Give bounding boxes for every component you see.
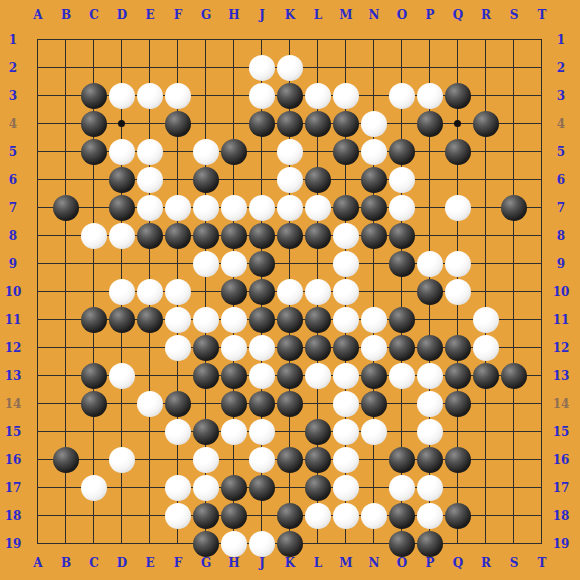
intersection-F13[interactable] <box>164 362 192 390</box>
intersection-L17[interactable] <box>304 474 332 502</box>
intersection-C3[interactable] <box>80 82 108 110</box>
intersection-F6[interactable] <box>164 166 192 194</box>
intersection-N9[interactable] <box>360 250 388 278</box>
intersection-K10[interactable] <box>276 278 304 306</box>
intersection-B2[interactable] <box>52 54 80 82</box>
intersection-D7[interactable] <box>108 194 136 222</box>
intersection-D16[interactable] <box>108 446 136 474</box>
intersection-S6[interactable] <box>500 166 528 194</box>
intersection-E1[interactable] <box>136 26 164 54</box>
intersection-J10[interactable] <box>248 278 276 306</box>
intersection-E15[interactable] <box>136 418 164 446</box>
intersection-J1[interactable] <box>248 26 276 54</box>
intersection-P14[interactable] <box>416 390 444 418</box>
intersection-Q17[interactable] <box>444 474 472 502</box>
intersection-A4[interactable] <box>24 110 52 138</box>
intersection-H9[interactable] <box>220 250 248 278</box>
intersection-S11[interactable] <box>500 306 528 334</box>
intersection-L6[interactable] <box>304 166 332 194</box>
intersection-F5[interactable] <box>164 138 192 166</box>
intersection-J5[interactable] <box>248 138 276 166</box>
intersection-A7[interactable] <box>24 194 52 222</box>
intersection-A8[interactable] <box>24 222 52 250</box>
intersection-G7[interactable] <box>192 194 220 222</box>
intersection-B1[interactable] <box>52 26 80 54</box>
intersection-F9[interactable] <box>164 250 192 278</box>
intersection-L9[interactable] <box>304 250 332 278</box>
intersection-E7[interactable] <box>136 194 164 222</box>
intersection-Q12[interactable] <box>444 334 472 362</box>
intersection-D9[interactable] <box>108 250 136 278</box>
intersection-P1[interactable] <box>416 26 444 54</box>
intersection-D10[interactable] <box>108 278 136 306</box>
intersection-F3[interactable] <box>164 82 192 110</box>
intersection-S15[interactable] <box>500 418 528 446</box>
intersection-L5[interactable] <box>304 138 332 166</box>
intersection-K15[interactable] <box>276 418 304 446</box>
intersection-H17[interactable] <box>220 474 248 502</box>
intersection-E13[interactable] <box>136 362 164 390</box>
intersection-J12[interactable] <box>248 334 276 362</box>
intersection-L12[interactable] <box>304 334 332 362</box>
intersection-L10[interactable] <box>304 278 332 306</box>
intersection-H14[interactable] <box>220 390 248 418</box>
intersection-M4[interactable] <box>332 110 360 138</box>
intersection-K14[interactable] <box>276 390 304 418</box>
intersection-F18[interactable] <box>164 502 192 530</box>
intersection-L3[interactable] <box>304 82 332 110</box>
intersection-K6[interactable] <box>276 166 304 194</box>
intersection-B8[interactable] <box>52 222 80 250</box>
intersection-O17[interactable] <box>388 474 416 502</box>
intersection-B10[interactable] <box>52 278 80 306</box>
intersection-B17[interactable] <box>52 474 80 502</box>
intersection-D14[interactable] <box>108 390 136 418</box>
intersection-P12[interactable] <box>416 334 444 362</box>
intersection-P3[interactable] <box>416 82 444 110</box>
intersection-Q9[interactable] <box>444 250 472 278</box>
intersection-H6[interactable] <box>220 166 248 194</box>
intersection-A16[interactable] <box>24 446 52 474</box>
intersection-S17[interactable] <box>500 474 528 502</box>
intersection-Q5[interactable] <box>444 138 472 166</box>
intersection-H7[interactable] <box>220 194 248 222</box>
intersection-L15[interactable] <box>304 418 332 446</box>
intersection-L14[interactable] <box>304 390 332 418</box>
intersection-F1[interactable] <box>164 26 192 54</box>
intersection-J16[interactable] <box>248 446 276 474</box>
intersection-M9[interactable] <box>332 250 360 278</box>
intersection-K11[interactable] <box>276 306 304 334</box>
intersection-P6[interactable] <box>416 166 444 194</box>
intersection-E5[interactable] <box>136 138 164 166</box>
intersection-Q7[interactable] <box>444 194 472 222</box>
intersection-C9[interactable] <box>80 250 108 278</box>
intersection-F12[interactable] <box>164 334 192 362</box>
intersection-J11[interactable] <box>248 306 276 334</box>
intersection-P10[interactable] <box>416 278 444 306</box>
intersection-A6[interactable] <box>24 166 52 194</box>
intersection-G16[interactable] <box>192 446 220 474</box>
intersection-Q10[interactable] <box>444 278 472 306</box>
intersection-A15[interactable] <box>24 418 52 446</box>
intersection-C5[interactable] <box>80 138 108 166</box>
intersection-B12[interactable] <box>52 334 80 362</box>
intersection-S13[interactable] <box>500 362 528 390</box>
intersection-N12[interactable] <box>360 334 388 362</box>
intersection-E4[interactable] <box>136 110 164 138</box>
intersection-E11[interactable] <box>136 306 164 334</box>
intersection-C7[interactable] <box>80 194 108 222</box>
intersection-S5[interactable] <box>500 138 528 166</box>
intersection-P13[interactable] <box>416 362 444 390</box>
intersection-R14[interactable] <box>472 390 500 418</box>
intersection-R5[interactable] <box>472 138 500 166</box>
intersection-H18[interactable] <box>220 502 248 530</box>
intersection-D1[interactable] <box>108 26 136 54</box>
intersection-P5[interactable] <box>416 138 444 166</box>
intersection-N1[interactable] <box>360 26 388 54</box>
intersection-J6[interactable] <box>248 166 276 194</box>
intersection-M2[interactable] <box>332 54 360 82</box>
intersection-R4[interactable] <box>472 110 500 138</box>
intersection-J18[interactable] <box>248 502 276 530</box>
intersection-K18[interactable] <box>276 502 304 530</box>
intersection-C4[interactable] <box>80 110 108 138</box>
intersection-J15[interactable] <box>248 418 276 446</box>
intersection-J13[interactable] <box>248 362 276 390</box>
intersection-M8[interactable] <box>332 222 360 250</box>
intersection-Q1[interactable] <box>444 26 472 54</box>
intersection-O8[interactable] <box>388 222 416 250</box>
intersection-G2[interactable] <box>192 54 220 82</box>
intersection-N16[interactable] <box>360 446 388 474</box>
intersection-K8[interactable] <box>276 222 304 250</box>
intersection-S8[interactable] <box>500 222 528 250</box>
intersection-A11[interactable] <box>24 306 52 334</box>
intersection-A9[interactable] <box>24 250 52 278</box>
intersection-C13[interactable] <box>80 362 108 390</box>
intersection-C10[interactable] <box>80 278 108 306</box>
intersection-P16[interactable] <box>416 446 444 474</box>
intersection-B11[interactable] <box>52 306 80 334</box>
intersection-D8[interactable] <box>108 222 136 250</box>
intersection-G10[interactable] <box>192 278 220 306</box>
intersection-D2[interactable] <box>108 54 136 82</box>
intersection-K2[interactable] <box>276 54 304 82</box>
intersection-L8[interactable] <box>304 222 332 250</box>
intersection-S4[interactable] <box>500 110 528 138</box>
intersection-D15[interactable] <box>108 418 136 446</box>
intersection-O4[interactable] <box>388 110 416 138</box>
intersection-R9[interactable] <box>472 250 500 278</box>
intersection-E17[interactable] <box>136 474 164 502</box>
intersection-K17[interactable] <box>276 474 304 502</box>
intersection-B16[interactable] <box>52 446 80 474</box>
intersection-J7[interactable] <box>248 194 276 222</box>
intersection-R17[interactable] <box>472 474 500 502</box>
intersection-P18[interactable] <box>416 502 444 530</box>
intersection-A10[interactable] <box>24 278 52 306</box>
intersection-R2[interactable] <box>472 54 500 82</box>
intersection-M12[interactable] <box>332 334 360 362</box>
intersection-O18[interactable] <box>388 502 416 530</box>
intersection-R11[interactable] <box>472 306 500 334</box>
intersection-C18[interactable] <box>80 502 108 530</box>
intersection-D13[interactable] <box>108 362 136 390</box>
intersection-Q11[interactable] <box>444 306 472 334</box>
intersection-N18[interactable] <box>360 502 388 530</box>
intersection-C1[interactable] <box>80 26 108 54</box>
intersection-O3[interactable] <box>388 82 416 110</box>
intersection-H2[interactable] <box>220 54 248 82</box>
intersection-D4[interactable] <box>108 110 136 138</box>
intersection-K13[interactable] <box>276 362 304 390</box>
intersection-O13[interactable] <box>388 362 416 390</box>
intersection-F15[interactable] <box>164 418 192 446</box>
intersection-O1[interactable] <box>388 26 416 54</box>
intersection-C8[interactable] <box>80 222 108 250</box>
intersection-Q6[interactable] <box>444 166 472 194</box>
intersection-H1[interactable] <box>220 26 248 54</box>
intersection-Q8[interactable] <box>444 222 472 250</box>
intersection-R1[interactable] <box>472 26 500 54</box>
intersection-G11[interactable] <box>192 306 220 334</box>
intersection-L11[interactable] <box>304 306 332 334</box>
intersection-J17[interactable] <box>248 474 276 502</box>
intersection-S3[interactable] <box>500 82 528 110</box>
intersection-C14[interactable] <box>80 390 108 418</box>
intersection-F7[interactable] <box>164 194 192 222</box>
intersection-O12[interactable] <box>388 334 416 362</box>
intersection-A1[interactable] <box>24 26 52 54</box>
intersection-M13[interactable] <box>332 362 360 390</box>
intersection-M7[interactable] <box>332 194 360 222</box>
intersection-P2[interactable] <box>416 54 444 82</box>
intersection-R16[interactable] <box>472 446 500 474</box>
intersection-L13[interactable] <box>304 362 332 390</box>
intersection-H5[interactable] <box>220 138 248 166</box>
intersection-B15[interactable] <box>52 418 80 446</box>
intersection-P15[interactable] <box>416 418 444 446</box>
intersection-R3[interactable] <box>472 82 500 110</box>
intersection-N10[interactable] <box>360 278 388 306</box>
intersection-Q16[interactable] <box>444 446 472 474</box>
intersection-E14[interactable] <box>136 390 164 418</box>
intersection-L1[interactable] <box>304 26 332 54</box>
intersection-E10[interactable] <box>136 278 164 306</box>
intersection-Q4[interactable] <box>444 110 472 138</box>
intersection-E3[interactable] <box>136 82 164 110</box>
intersection-G14[interactable] <box>192 390 220 418</box>
intersection-F4[interactable] <box>164 110 192 138</box>
intersection-G6[interactable] <box>192 166 220 194</box>
intersection-H15[interactable] <box>220 418 248 446</box>
intersection-Q15[interactable] <box>444 418 472 446</box>
intersection-O9[interactable] <box>388 250 416 278</box>
intersection-F11[interactable] <box>164 306 192 334</box>
intersection-R8[interactable] <box>472 222 500 250</box>
intersection-B14[interactable] <box>52 390 80 418</box>
intersection-G1[interactable] <box>192 26 220 54</box>
intersection-S7[interactable] <box>500 194 528 222</box>
intersection-O11[interactable] <box>388 306 416 334</box>
intersection-D5[interactable] <box>108 138 136 166</box>
intersection-S16[interactable] <box>500 446 528 474</box>
intersection-E6[interactable] <box>136 166 164 194</box>
intersection-D3[interactable] <box>108 82 136 110</box>
intersection-G15[interactable] <box>192 418 220 446</box>
intersection-N2[interactable] <box>360 54 388 82</box>
intersection-O16[interactable] <box>388 446 416 474</box>
intersection-M17[interactable] <box>332 474 360 502</box>
intersection-H10[interactable] <box>220 278 248 306</box>
intersection-R7[interactable] <box>472 194 500 222</box>
intersection-L16[interactable] <box>304 446 332 474</box>
intersection-R18[interactable] <box>472 502 500 530</box>
intersection-E16[interactable] <box>136 446 164 474</box>
intersection-B9[interactable] <box>52 250 80 278</box>
intersection-G12[interactable] <box>192 334 220 362</box>
intersection-K9[interactable] <box>276 250 304 278</box>
intersection-C12[interactable] <box>80 334 108 362</box>
intersection-D18[interactable] <box>108 502 136 530</box>
intersection-F16[interactable] <box>164 446 192 474</box>
intersection-H4[interactable] <box>220 110 248 138</box>
intersection-P17[interactable] <box>416 474 444 502</box>
intersection-E8[interactable] <box>136 222 164 250</box>
intersection-P7[interactable] <box>416 194 444 222</box>
intersection-A12[interactable] <box>24 334 52 362</box>
intersection-A3[interactable] <box>24 82 52 110</box>
intersection-F17[interactable] <box>164 474 192 502</box>
intersection-G4[interactable] <box>192 110 220 138</box>
intersection-J4[interactable] <box>248 110 276 138</box>
intersection-M11[interactable] <box>332 306 360 334</box>
intersection-A18[interactable] <box>24 502 52 530</box>
intersection-A14[interactable] <box>24 390 52 418</box>
intersection-P8[interactable] <box>416 222 444 250</box>
intersection-O10[interactable] <box>388 278 416 306</box>
intersection-C11[interactable] <box>80 306 108 334</box>
intersection-C6[interactable] <box>80 166 108 194</box>
intersection-S1[interactable] <box>500 26 528 54</box>
intersection-E2[interactable] <box>136 54 164 82</box>
intersection-L2[interactable] <box>304 54 332 82</box>
intersection-O2[interactable] <box>388 54 416 82</box>
intersection-Q3[interactable] <box>444 82 472 110</box>
intersection-F2[interactable] <box>164 54 192 82</box>
intersection-O5[interactable] <box>388 138 416 166</box>
intersection-B13[interactable] <box>52 362 80 390</box>
intersection-A17[interactable] <box>24 474 52 502</box>
intersection-S2[interactable] <box>500 54 528 82</box>
intersection-J8[interactable] <box>248 222 276 250</box>
intersection-K4[interactable] <box>276 110 304 138</box>
intersection-J2[interactable] <box>248 54 276 82</box>
intersection-Q13[interactable] <box>444 362 472 390</box>
intersection-F14[interactable] <box>164 390 192 418</box>
intersection-N3[interactable] <box>360 82 388 110</box>
intersection-M5[interactable] <box>332 138 360 166</box>
intersection-N13[interactable] <box>360 362 388 390</box>
intersection-C17[interactable] <box>80 474 108 502</box>
intersection-H11[interactable] <box>220 306 248 334</box>
intersection-G5[interactable] <box>192 138 220 166</box>
intersection-L7[interactable] <box>304 194 332 222</box>
intersection-D12[interactable] <box>108 334 136 362</box>
intersection-R6[interactable] <box>472 166 500 194</box>
intersection-K7[interactable] <box>276 194 304 222</box>
intersection-M16[interactable] <box>332 446 360 474</box>
intersection-Q18[interactable] <box>444 502 472 530</box>
intersection-G17[interactable] <box>192 474 220 502</box>
intersection-N15[interactable] <box>360 418 388 446</box>
intersection-H3[interactable] <box>220 82 248 110</box>
intersection-E12[interactable] <box>136 334 164 362</box>
intersection-M3[interactable] <box>332 82 360 110</box>
intersection-K12[interactable] <box>276 334 304 362</box>
intersection-H12[interactable] <box>220 334 248 362</box>
intersection-O6[interactable] <box>388 166 416 194</box>
intersection-C16[interactable] <box>80 446 108 474</box>
intersection-J9[interactable] <box>248 250 276 278</box>
intersection-R12[interactable] <box>472 334 500 362</box>
intersection-K1[interactable] <box>276 26 304 54</box>
intersection-P9[interactable] <box>416 250 444 278</box>
intersection-R13[interactable] <box>472 362 500 390</box>
intersection-K5[interactable] <box>276 138 304 166</box>
intersection-E9[interactable] <box>136 250 164 278</box>
intersection-N5[interactable] <box>360 138 388 166</box>
intersection-R15[interactable] <box>472 418 500 446</box>
intersection-E18[interactable] <box>136 502 164 530</box>
intersection-F10[interactable] <box>164 278 192 306</box>
intersection-S18[interactable] <box>500 502 528 530</box>
intersection-O7[interactable] <box>388 194 416 222</box>
intersection-B6[interactable] <box>52 166 80 194</box>
intersection-H16[interactable] <box>220 446 248 474</box>
intersection-G8[interactable] <box>192 222 220 250</box>
intersection-H13[interactable] <box>220 362 248 390</box>
intersection-B5[interactable] <box>52 138 80 166</box>
intersection-O14[interactable] <box>388 390 416 418</box>
intersection-B7[interactable] <box>52 194 80 222</box>
intersection-G9[interactable] <box>192 250 220 278</box>
intersection-D17[interactable] <box>108 474 136 502</box>
intersection-Q14[interactable] <box>444 390 472 418</box>
intersection-N6[interactable] <box>360 166 388 194</box>
intersection-S9[interactable] <box>500 250 528 278</box>
intersection-N8[interactable] <box>360 222 388 250</box>
intersection-B3[interactable] <box>52 82 80 110</box>
intersection-B4[interactable] <box>52 110 80 138</box>
intersection-G13[interactable] <box>192 362 220 390</box>
intersection-M18[interactable] <box>332 502 360 530</box>
intersection-K3[interactable] <box>276 82 304 110</box>
intersection-N4[interactable] <box>360 110 388 138</box>
intersection-N17[interactable] <box>360 474 388 502</box>
intersection-N11[interactable] <box>360 306 388 334</box>
intersection-G3[interactable] <box>192 82 220 110</box>
intersection-O15[interactable] <box>388 418 416 446</box>
intersection-S14[interactable] <box>500 390 528 418</box>
intersection-M15[interactable] <box>332 418 360 446</box>
intersection-S10[interactable] <box>500 278 528 306</box>
intersection-D11[interactable] <box>108 306 136 334</box>
intersection-F8[interactable] <box>164 222 192 250</box>
intersection-M14[interactable] <box>332 390 360 418</box>
